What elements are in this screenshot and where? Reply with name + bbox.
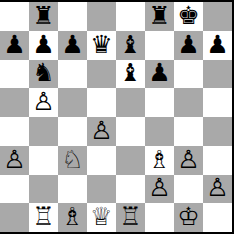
square-f3[interactable]: ♗ bbox=[145, 146, 174, 175]
square-e4[interactable] bbox=[116, 117, 145, 146]
square-a2[interactable] bbox=[0, 175, 29, 204]
white-knight-icon: ♘ bbox=[61, 147, 83, 172]
square-e2[interactable] bbox=[116, 175, 145, 204]
square-a4[interactable] bbox=[0, 117, 29, 146]
square-d2[interactable] bbox=[87, 175, 116, 204]
black-queen-icon: ♛ bbox=[90, 32, 112, 57]
square-e6[interactable]: ♝ bbox=[116, 60, 145, 89]
white-bishop-icon: ♗ bbox=[61, 204, 83, 229]
square-g8[interactable]: ♚ bbox=[174, 2, 203, 31]
square-b2[interactable] bbox=[29, 175, 58, 204]
square-c1[interactable]: ♗ bbox=[58, 203, 87, 232]
square-f4[interactable] bbox=[145, 117, 174, 146]
square-g4[interactable] bbox=[174, 117, 203, 146]
square-e3[interactable] bbox=[116, 146, 145, 175]
square-g6[interactable] bbox=[174, 60, 203, 89]
square-b1[interactable]: ♖ bbox=[29, 203, 58, 232]
square-h3[interactable] bbox=[203, 146, 232, 175]
square-d5[interactable] bbox=[87, 88, 116, 117]
square-f1[interactable] bbox=[145, 203, 174, 232]
square-d8[interactable] bbox=[87, 2, 116, 31]
square-h5[interactable] bbox=[203, 88, 232, 117]
black-pawn-icon: ♟ bbox=[177, 32, 199, 57]
white-pawn-icon: ♙ bbox=[148, 175, 170, 200]
white-pawn-icon: ♙ bbox=[32, 89, 54, 114]
square-e1[interactable]: ♖ bbox=[116, 203, 145, 232]
square-c2[interactable] bbox=[58, 175, 87, 204]
square-f7[interactable] bbox=[145, 31, 174, 60]
square-f6[interactable]: ♟ bbox=[145, 60, 174, 89]
black-pawn-icon: ♟ bbox=[32, 32, 54, 57]
square-h8[interactable] bbox=[203, 2, 232, 31]
square-c7[interactable]: ♟ bbox=[58, 31, 87, 60]
black-king-icon: ♚ bbox=[177, 3, 199, 28]
white-king-icon: ♔ bbox=[177, 204, 199, 229]
black-pawn-icon: ♟ bbox=[61, 32, 83, 57]
square-b4[interactable] bbox=[29, 117, 58, 146]
square-e5[interactable] bbox=[116, 88, 145, 117]
square-g1[interactable]: ♔ bbox=[174, 203, 203, 232]
white-rook-icon: ♖ bbox=[119, 204, 141, 229]
square-a3[interactable]: ♙ bbox=[0, 146, 29, 175]
square-c3[interactable]: ♘ bbox=[58, 146, 87, 175]
square-d3[interactable] bbox=[87, 146, 116, 175]
square-f5[interactable] bbox=[145, 88, 174, 117]
square-d6[interactable] bbox=[87, 60, 116, 89]
square-a1[interactable] bbox=[0, 203, 29, 232]
square-c4[interactable] bbox=[58, 117, 87, 146]
black-rook-icon: ♜ bbox=[32, 3, 54, 28]
square-a7[interactable]: ♟ bbox=[0, 31, 29, 60]
square-a6[interactable] bbox=[0, 60, 29, 89]
square-b8[interactable]: ♜ bbox=[29, 2, 58, 31]
square-c6[interactable] bbox=[58, 60, 87, 89]
white-pawn-icon: ♙ bbox=[177, 147, 199, 172]
square-a8[interactable] bbox=[0, 2, 29, 31]
black-pawn-icon: ♟ bbox=[3, 32, 25, 57]
white-pawn-icon: ♙ bbox=[206, 175, 228, 200]
square-h6[interactable] bbox=[203, 60, 232, 89]
square-f2[interactable]: ♙ bbox=[145, 175, 174, 204]
chess-board: ♜♜♚♟♟♟♛♝♟♟♞♝♟♙♙♙♘♗♙♙♙♖♗♕♖♔ bbox=[0, 0, 234, 234]
square-g7[interactable]: ♟ bbox=[174, 31, 203, 60]
square-h7[interactable]: ♟ bbox=[203, 31, 232, 60]
black-bishop-icon: ♝ bbox=[119, 32, 141, 57]
square-h1[interactable] bbox=[203, 203, 232, 232]
square-c8[interactable] bbox=[58, 2, 87, 31]
black-rook-icon: ♜ bbox=[148, 3, 170, 28]
square-d4[interactable]: ♙ bbox=[87, 117, 116, 146]
square-a5[interactable] bbox=[0, 88, 29, 117]
black-pawn-icon: ♟ bbox=[206, 32, 228, 57]
square-b3[interactable] bbox=[29, 146, 58, 175]
square-e8[interactable] bbox=[116, 2, 145, 31]
black-knight-icon: ♞ bbox=[32, 60, 54, 85]
white-pawn-icon: ♙ bbox=[3, 147, 25, 172]
square-d7[interactable]: ♛ bbox=[87, 31, 116, 60]
square-h2[interactable]: ♙ bbox=[203, 175, 232, 204]
chess-diagram: ♜♜♚♟♟♟♛♝♟♟♞♝♟♙♙♙♘♗♙♙♙♖♗♕♖♔ bbox=[0, 0, 234, 234]
black-bishop-icon: ♝ bbox=[119, 60, 141, 85]
square-c5[interactable] bbox=[58, 88, 87, 117]
square-e7[interactable]: ♝ bbox=[116, 31, 145, 60]
square-h4[interactable] bbox=[203, 117, 232, 146]
square-b6[interactable]: ♞ bbox=[29, 60, 58, 89]
white-pawn-icon: ♙ bbox=[90, 118, 112, 143]
square-g3[interactable]: ♙ bbox=[174, 146, 203, 175]
square-f8[interactable]: ♜ bbox=[145, 2, 174, 31]
white-queen-icon: ♕ bbox=[90, 204, 112, 229]
white-bishop-icon: ♗ bbox=[148, 147, 170, 172]
white-rook-icon: ♖ bbox=[32, 204, 54, 229]
black-pawn-icon: ♟ bbox=[148, 60, 170, 85]
square-g2[interactable] bbox=[174, 175, 203, 204]
square-g5[interactable] bbox=[174, 88, 203, 117]
square-b7[interactable]: ♟ bbox=[29, 31, 58, 60]
square-b5[interactable]: ♙ bbox=[29, 88, 58, 117]
square-d1[interactable]: ♕ bbox=[87, 203, 116, 232]
